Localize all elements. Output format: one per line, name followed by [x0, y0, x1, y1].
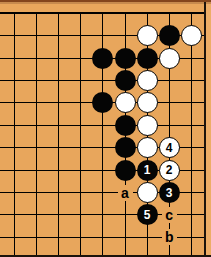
- white-stone: [137, 137, 158, 158]
- grid-line-vertical: [191, 12, 192, 255]
- black-stone: [115, 48, 136, 69]
- white-stone: [137, 92, 158, 113]
- black-stone: [92, 92, 113, 113]
- board-top-frame-inner: [0, 2, 211, 4]
- white-stone: [137, 115, 158, 136]
- go-diagram: 41235acb: [0, 0, 211, 257]
- white-stone: [137, 182, 158, 203]
- move-number-label: 2: [166, 164, 173, 176]
- white-stone: [181, 25, 202, 46]
- black-stone: [115, 137, 136, 158]
- black-stone: [159, 25, 180, 46]
- move-number-label: 1: [144, 164, 151, 176]
- white-stone-move-2: 2: [159, 160, 180, 181]
- black-stone-move-1: 1: [137, 160, 158, 181]
- white-stone-move-4: 4: [159, 137, 180, 158]
- grid-line-vertical: [80, 12, 81, 255]
- black-stone: [92, 48, 113, 69]
- black-stone-move-3: 3: [159, 182, 180, 203]
- white-stone: [159, 48, 180, 69]
- black-stone: [137, 48, 158, 69]
- move-number-label: 5: [144, 209, 151, 221]
- grid-line-vertical: [58, 12, 59, 255]
- point-label-a: a: [118, 185, 133, 201]
- black-stone: [115, 115, 136, 136]
- move-number-label: 4: [166, 142, 173, 154]
- black-stone: [115, 70, 136, 91]
- board-right-frame: [204, 2, 206, 257]
- black-stone: [115, 160, 136, 181]
- point-label-c: c: [162, 207, 177, 223]
- move-number-label: 3: [166, 187, 173, 199]
- white-stone: [115, 92, 136, 113]
- white-stone: [137, 25, 158, 46]
- grid-line-vertical: [14, 12, 15, 255]
- board-right-margin: [206, 4, 211, 257]
- grid-line-vertical: [36, 12, 37, 255]
- white-stone: [137, 70, 158, 91]
- point-label-b: b: [162, 229, 177, 245]
- black-stone-move-5: 5: [137, 204, 158, 225]
